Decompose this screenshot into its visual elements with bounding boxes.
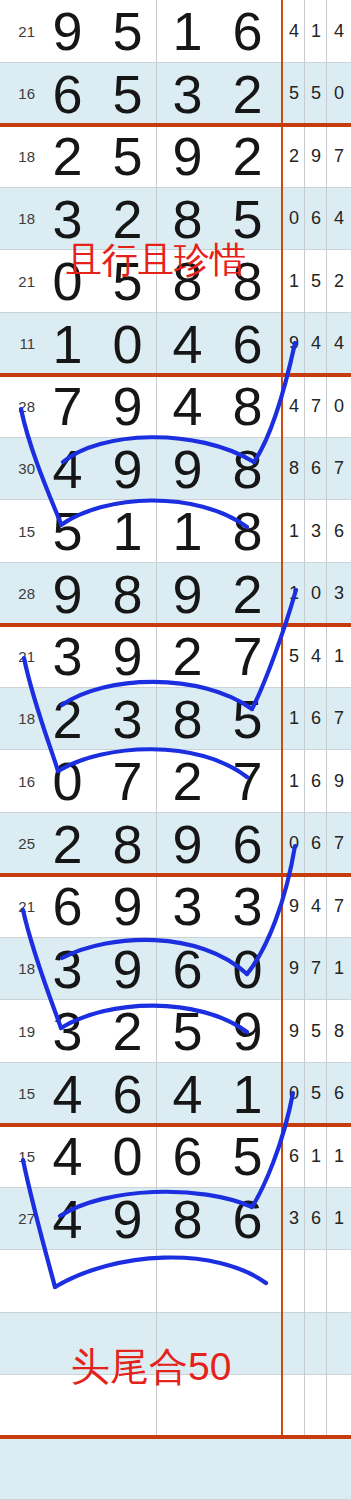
digit-cell: 0 — [37, 750, 97, 812]
tail-cell: 0 — [283, 813, 305, 875]
overlay-text-bottom: 头尾合50 — [71, 1347, 231, 1386]
sum-cell: 15 — [0, 1125, 37, 1187]
tail-cell: 2 — [283, 125, 305, 187]
sum-cell — [0, 1375, 37, 1437]
digit-cell: 0 — [97, 1125, 157, 1187]
tail-cell: 3 — [327, 563, 351, 625]
digit-cell: 4 — [157, 313, 217, 375]
digit-cell: 2 — [157, 625, 217, 687]
digit-cell: 5 — [157, 1000, 217, 1062]
tail-cell: 9 — [283, 1000, 305, 1062]
digit-cell: 5 — [97, 0, 157, 62]
sum-cell: 28 — [0, 375, 37, 437]
digit-cell — [97, 1438, 157, 1500]
sum-cell: 27 — [0, 1188, 37, 1250]
tail-cell: 1 — [305, 1125, 327, 1187]
digit-cell: 8 — [157, 688, 217, 750]
tail-cell: 7 — [327, 438, 351, 500]
tail-cell: 9 — [283, 875, 305, 937]
tail-cell: 1 — [283, 563, 305, 625]
tail-cell — [305, 1375, 327, 1437]
table-row: 182385167 — [0, 688, 351, 751]
digit-cell: 5 — [37, 500, 97, 562]
sum-cell: 15 — [0, 500, 37, 562]
digit-cell: 2 — [97, 1000, 157, 1062]
digit-cell — [37, 1438, 97, 1500]
digit-cell: 9 — [217, 1000, 277, 1062]
digit-cell: 8 — [97, 813, 157, 875]
digit-cell: 8 — [217, 375, 277, 437]
digit-cell: 2 — [217, 63, 277, 125]
tail-cell: 3 — [305, 500, 327, 562]
table-row — [0, 1438, 351, 1500]
separator-line-red — [0, 1435, 351, 1439]
tail-cell: 1 — [283, 688, 305, 750]
tail-cell: 2 — [327, 250, 351, 312]
digit-cell: 3 — [157, 875, 217, 937]
sum-cell: 21 — [0, 250, 37, 312]
table-row: 274986361 — [0, 1188, 351, 1251]
sum-cell: 16 — [0, 750, 37, 812]
sum-cell: 18 — [0, 188, 37, 250]
digit-cell: 0 — [97, 313, 157, 375]
table-row: 154641056 — [0, 1063, 351, 1126]
digit-cell: 8 — [157, 1188, 217, 1250]
digit-cell — [157, 1438, 217, 1500]
tail-cell: 6 — [327, 1063, 351, 1125]
digit-cell: 3 — [37, 1000, 97, 1062]
tail-cell: 6 — [305, 688, 327, 750]
digit-cell: 6 — [157, 938, 217, 1000]
digit-cell: 6 — [97, 1063, 157, 1125]
sum-cell: 21 — [0, 0, 37, 62]
table-row: 154065611 — [0, 1125, 351, 1188]
tail-cell: 5 — [305, 63, 327, 125]
sum-cell: 18 — [0, 688, 37, 750]
tail-cell — [283, 1375, 305, 1437]
table-row: 183960971 — [0, 938, 351, 1001]
digit-cell: 2 — [157, 750, 217, 812]
tail-cell: 7 — [327, 875, 351, 937]
tail-cell: 7 — [327, 688, 351, 750]
sum-cell — [0, 1250, 37, 1312]
sum-cell: 18 — [0, 938, 37, 1000]
digit-cell: 7 — [217, 625, 277, 687]
column-divider-orange — [281, 0, 283, 1437]
tail-cell: 6 — [305, 188, 327, 250]
sum-cell — [0, 1438, 37, 1500]
tail-cell: 7 — [327, 125, 351, 187]
tail-cell — [283, 1313, 305, 1375]
tail-cell: 6 — [305, 750, 327, 812]
tail-cell — [305, 1250, 327, 1312]
tail-cell: 1 — [327, 1188, 351, 1250]
table-row: 213927541 — [0, 625, 351, 688]
tail-cell: 1 — [283, 500, 305, 562]
tail-cell: 1 — [283, 250, 305, 312]
tail-cell: 6 — [283, 1125, 305, 1187]
table-row: 111046944 — [0, 313, 351, 376]
table-row: 287948470 — [0, 375, 351, 438]
table-row: 216933947 — [0, 875, 351, 938]
tail-cell — [327, 1313, 351, 1375]
digit-cell: 6 — [217, 313, 277, 375]
sum-cell: 21 — [0, 875, 37, 937]
tail-cell: 7 — [305, 375, 327, 437]
digit-cell: 9 — [157, 438, 217, 500]
digit-cell: 4 — [37, 1063, 97, 1125]
tail-cell — [283, 1438, 305, 1500]
column-divider-tail-1 — [304, 0, 305, 1437]
tail-cell: 6 — [327, 500, 351, 562]
digit-cell: 6 — [217, 0, 277, 62]
tail-cell: 0 — [283, 1063, 305, 1125]
tail-cell: 4 — [283, 375, 305, 437]
digit-cell: 5 — [97, 125, 157, 187]
number-grid: 2195164141665325501825922971832850642105… — [0, 0, 351, 1500]
separator-line-red — [0, 623, 351, 627]
digit-cell: 1 — [157, 500, 217, 562]
tail-cell: 4 — [305, 875, 327, 937]
table-row — [0, 1250, 351, 1313]
separator-line-red — [0, 373, 351, 377]
tail-cell: 6 — [305, 1188, 327, 1250]
digit-cell: 9 — [97, 438, 157, 500]
digit-cell: 8 — [97, 563, 157, 625]
digit-cell: 0 — [217, 938, 277, 1000]
sum-cell: 21 — [0, 625, 37, 687]
digit-cell: 9 — [157, 813, 217, 875]
digit-cell: 9 — [157, 125, 217, 187]
digit-cell: 5 — [97, 63, 157, 125]
digit-cell: 3 — [37, 938, 97, 1000]
tail-cell: 0 — [283, 188, 305, 250]
tail-cell: 9 — [327, 750, 351, 812]
tail-cell: 4 — [305, 313, 327, 375]
tail-cell: 4 — [283, 0, 305, 62]
table-row: 252896067 — [0, 813, 351, 876]
digit-cell: 4 — [157, 375, 217, 437]
digit-cell: 2 — [217, 563, 277, 625]
digit-cell: 2 — [37, 813, 97, 875]
tail-cell: 8 — [283, 438, 305, 500]
tail-cell: 1 — [283, 750, 305, 812]
separator-line-red — [0, 1123, 351, 1127]
table-row: 160727169 — [0, 750, 351, 813]
sum-cell: 19 — [0, 1000, 37, 1062]
digit-cell: 6 — [217, 813, 277, 875]
table-row: 304998867 — [0, 438, 351, 501]
sum-cell: 25 — [0, 813, 37, 875]
digit-cell: 1 — [97, 500, 157, 562]
digit-cell: 9 — [97, 875, 157, 937]
digit-cell: 4 — [37, 438, 97, 500]
tail-cell — [305, 1313, 327, 1375]
tail-cell: 1 — [327, 1125, 351, 1187]
table-row: 166532550 — [0, 63, 351, 126]
digit-cell: 4 — [157, 1063, 217, 1125]
digit-cell — [217, 1250, 277, 1312]
sum-cell — [0, 1313, 37, 1375]
sum-cell: 18 — [0, 125, 37, 187]
column-divider-tail-2 — [326, 0, 327, 1437]
digit-cell: 8 — [217, 500, 277, 562]
digit-cell: 7 — [217, 750, 277, 812]
tail-cell: 7 — [305, 938, 327, 1000]
sum-cell: 30 — [0, 438, 37, 500]
tail-cell: 5 — [305, 1063, 327, 1125]
tail-cell: 6 — [305, 438, 327, 500]
digit-cell: 1 — [37, 313, 97, 375]
tail-cell: 1 — [305, 0, 327, 62]
digit-cell: 8 — [217, 438, 277, 500]
digit-cell: 9 — [97, 375, 157, 437]
separator-line-red — [0, 873, 351, 877]
tail-cell: 5 — [305, 250, 327, 312]
tail-cell: 4 — [305, 625, 327, 687]
digit-cell: 9 — [97, 938, 157, 1000]
tail-cell — [327, 1438, 351, 1500]
digit-cell: 3 — [157, 63, 217, 125]
digit-cell: 9 — [157, 563, 217, 625]
digit-cell — [97, 1250, 157, 1312]
digit-cell: 2 — [37, 125, 97, 187]
tail-cell: 4 — [327, 0, 351, 62]
digit-cell: 3 — [217, 875, 277, 937]
table-row: 193259958 — [0, 1000, 351, 1063]
digit-cell: 4 — [37, 1188, 97, 1250]
digit-cell: 5 — [217, 1125, 277, 1187]
digit-cell: 3 — [97, 688, 157, 750]
digit-cell — [217, 1438, 277, 1500]
tail-cell: 8 — [327, 1000, 351, 1062]
sum-cell: 28 — [0, 563, 37, 625]
column-divider-mid — [156, 0, 157, 1437]
tail-cell: 0 — [305, 563, 327, 625]
tail-cell — [305, 1438, 327, 1500]
table-row: 219516414 — [0, 0, 351, 63]
digit-cell: 6 — [157, 1125, 217, 1187]
tail-cell — [327, 1250, 351, 1312]
digit-cell: 3 — [37, 625, 97, 687]
separator-line-red — [0, 123, 351, 127]
tail-cell: 5 — [305, 1000, 327, 1062]
tail-cell: 0 — [327, 63, 351, 125]
digit-cell: 9 — [37, 563, 97, 625]
digit-cell: 2 — [37, 688, 97, 750]
digit-cell: 9 — [97, 625, 157, 687]
digit-cell — [157, 1250, 217, 1312]
tail-cell: 7 — [327, 813, 351, 875]
sum-cell: 15 — [0, 1063, 37, 1125]
tail-cell: 3 — [283, 1188, 305, 1250]
digit-cell: 9 — [37, 0, 97, 62]
digit-cell: 2 — [217, 125, 277, 187]
digit-cell: 5 — [217, 688, 277, 750]
tail-cell: 9 — [305, 125, 327, 187]
tail-cell: 4 — [327, 188, 351, 250]
lottery-trend-chart[interactable]: 2195164141665325501825922971832850642105… — [0, 0, 351, 1500]
digit-cell: 1 — [217, 1063, 277, 1125]
digit-cell: 7 — [97, 750, 157, 812]
sum-cell: 11 — [0, 313, 37, 375]
digit-cell: 7 — [37, 375, 97, 437]
digit-cell: 6 — [217, 1188, 277, 1250]
tail-cell: 0 — [327, 375, 351, 437]
tail-cell — [327, 1375, 351, 1437]
tail-cell: 1 — [327, 938, 351, 1000]
tail-cell: 9 — [283, 313, 305, 375]
digit-cell: 6 — [37, 875, 97, 937]
sum-cell: 16 — [0, 63, 37, 125]
tail-cell: 9 — [283, 938, 305, 1000]
tail-cell: 5 — [283, 625, 305, 687]
digit-cell — [37, 1250, 97, 1312]
table-row: 155118136 — [0, 500, 351, 563]
table-row: 289892103 — [0, 563, 351, 626]
tail-cell: 1 — [327, 625, 351, 687]
tail-cell: 5 — [283, 63, 305, 125]
tail-cell — [283, 1250, 305, 1312]
digit-cell: 6 — [37, 63, 97, 125]
digit-cell: 1 — [157, 0, 217, 62]
tail-cell: 6 — [305, 813, 327, 875]
digit-cell: 4 — [37, 1125, 97, 1187]
table-row: 182592297 — [0, 125, 351, 188]
digit-cell: 9 — [97, 1188, 157, 1250]
tail-cell: 4 — [327, 313, 351, 375]
overlay-text-top: 且行且珍惜 — [66, 242, 246, 278]
